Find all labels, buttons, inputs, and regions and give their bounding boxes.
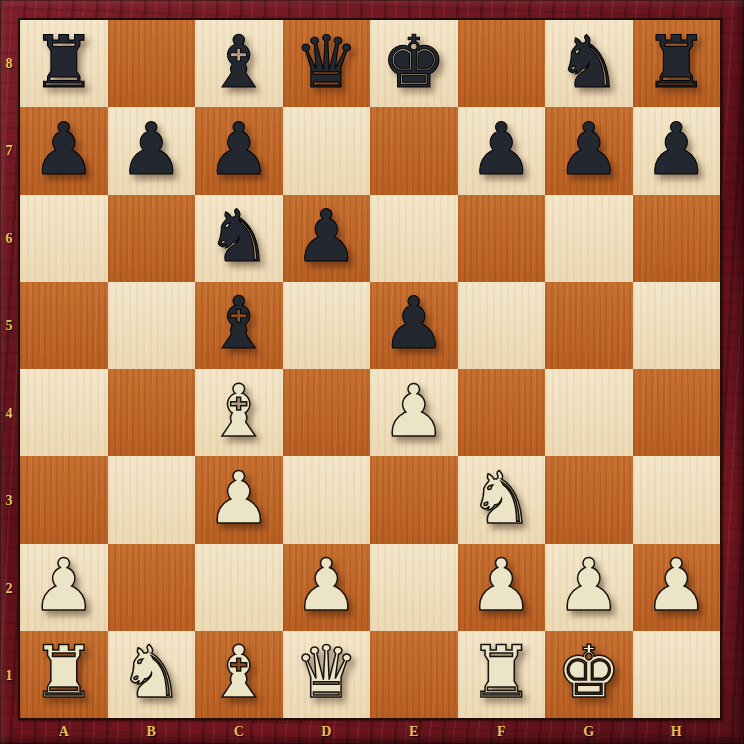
piece-black-pawn-h7[interactable]: ♟ bbox=[644, 113, 709, 185]
square-d2[interactable]: ♟ bbox=[283, 544, 371, 631]
square-b5[interactable] bbox=[108, 282, 196, 369]
square-b4[interactable] bbox=[108, 369, 196, 456]
piece-white-queen-d1[interactable]: ♛ bbox=[294, 636, 359, 708]
piece-white-bishop-c4[interactable]: ♝ bbox=[206, 375, 271, 447]
square-b2[interactable] bbox=[108, 544, 196, 631]
square-h4[interactable] bbox=[633, 369, 721, 456]
square-d8[interactable]: ♛ bbox=[283, 20, 371, 107]
piece-black-queen-d8[interactable]: ♛ bbox=[294, 26, 359, 98]
square-f5[interactable] bbox=[458, 282, 546, 369]
rank-labels: 87654321 bbox=[0, 20, 18, 720]
piece-black-rook-h8[interactable]: ♜ bbox=[644, 26, 709, 98]
square-c5[interactable]: ♝ bbox=[195, 282, 283, 369]
piece-white-king-g1[interactable]: ♚ bbox=[556, 636, 621, 708]
square-f8[interactable] bbox=[458, 20, 546, 107]
square-g6[interactable] bbox=[545, 195, 633, 282]
piece-white-rook-f1[interactable]: ♜ bbox=[469, 636, 534, 708]
square-a3[interactable] bbox=[20, 456, 108, 543]
rank-label-4: 4 bbox=[0, 370, 18, 458]
square-a8[interactable]: ♜ bbox=[20, 20, 108, 107]
square-b8[interactable] bbox=[108, 20, 196, 107]
square-b6[interactable] bbox=[108, 195, 196, 282]
square-f2[interactable]: ♟ bbox=[458, 544, 546, 631]
square-c1[interactable]: ♝ bbox=[195, 631, 283, 718]
board-border: ♜♝♛♚♞♜♟♟♟♟♟♟♞♟♝♟♝♟♟♞♟♟♟♟♟♜♞♝♛♜♚ bbox=[18, 18, 722, 720]
piece-black-pawn-d6[interactable]: ♟ bbox=[294, 200, 359, 272]
file-labels: ABCDEFGH bbox=[20, 720, 720, 744]
piece-black-knight-c6[interactable]: ♞ bbox=[206, 200, 271, 272]
square-g7[interactable]: ♟ bbox=[545, 107, 633, 194]
square-g3[interactable] bbox=[545, 456, 633, 543]
square-c3[interactable]: ♟ bbox=[195, 456, 283, 543]
square-h7[interactable]: ♟ bbox=[633, 107, 721, 194]
square-h8[interactable]: ♜ bbox=[633, 20, 721, 107]
file-label-g: G bbox=[545, 720, 633, 744]
piece-black-rook-a8[interactable]: ♜ bbox=[31, 26, 96, 98]
piece-black-bishop-c5[interactable]: ♝ bbox=[206, 287, 271, 359]
piece-black-pawn-e5[interactable]: ♟ bbox=[381, 287, 446, 359]
square-f4[interactable] bbox=[458, 369, 546, 456]
square-a7[interactable]: ♟ bbox=[20, 107, 108, 194]
square-a4[interactable] bbox=[20, 369, 108, 456]
piece-black-king-e8[interactable]: ♚ bbox=[381, 26, 446, 98]
square-d3[interactable] bbox=[283, 456, 371, 543]
square-a1[interactable]: ♜ bbox=[20, 631, 108, 718]
square-h2[interactable]: ♟ bbox=[633, 544, 721, 631]
square-d4[interactable] bbox=[283, 369, 371, 456]
square-g2[interactable]: ♟ bbox=[545, 544, 633, 631]
square-b1[interactable]: ♞ bbox=[108, 631, 196, 718]
square-h3[interactable] bbox=[633, 456, 721, 543]
chess-board: ♜♝♛♚♞♜♟♟♟♟♟♟♞♟♝♟♝♟♟♞♟♟♟♟♟♜♞♝♛♜♚ bbox=[20, 20, 720, 718]
piece-white-knight-b1[interactable]: ♞ bbox=[119, 636, 184, 708]
square-d1[interactable]: ♛ bbox=[283, 631, 371, 718]
piece-white-pawn-a2[interactable]: ♟ bbox=[31, 549, 96, 621]
piece-black-bishop-c8[interactable]: ♝ bbox=[206, 26, 271, 98]
square-c4[interactable]: ♝ bbox=[195, 369, 283, 456]
square-c8[interactable]: ♝ bbox=[195, 20, 283, 107]
file-label-e: E bbox=[370, 720, 458, 744]
rank-label-2: 2 bbox=[0, 545, 18, 633]
file-label-b: B bbox=[108, 720, 196, 744]
piece-white-pawn-c3[interactable]: ♟ bbox=[206, 462, 271, 534]
square-f6[interactable] bbox=[458, 195, 546, 282]
square-c6[interactable]: ♞ bbox=[195, 195, 283, 282]
board-frame: 87654321 ♜♝♛♚♞♜♟♟♟♟♟♟♞♟♝♟♝♟♟♞♟♟♟♟♟♜♞♝♛♜♚… bbox=[0, 0, 744, 744]
piece-white-pawn-g2[interactable]: ♟ bbox=[556, 549, 621, 621]
piece-white-pawn-d2[interactable]: ♟ bbox=[294, 549, 359, 621]
piece-white-knight-f3[interactable]: ♞ bbox=[469, 462, 534, 534]
piece-white-pawn-h2[interactable]: ♟ bbox=[644, 549, 709, 621]
square-f3[interactable]: ♞ bbox=[458, 456, 546, 543]
square-a2[interactable]: ♟ bbox=[20, 544, 108, 631]
square-a5[interactable] bbox=[20, 282, 108, 369]
square-g1[interactable]: ♚ bbox=[545, 631, 633, 718]
square-e6[interactable] bbox=[370, 195, 458, 282]
piece-white-pawn-e4[interactable]: ♟ bbox=[381, 375, 446, 447]
square-d7[interactable] bbox=[283, 107, 371, 194]
rank-label-6: 6 bbox=[0, 195, 18, 283]
piece-white-pawn-f2[interactable]: ♟ bbox=[469, 549, 534, 621]
square-b7[interactable]: ♟ bbox=[108, 107, 196, 194]
piece-white-bishop-c1[interactable]: ♝ bbox=[206, 636, 271, 708]
square-f7[interactable]: ♟ bbox=[458, 107, 546, 194]
square-f1[interactable]: ♜ bbox=[458, 631, 546, 718]
square-e1[interactable] bbox=[370, 631, 458, 718]
file-label-f: F bbox=[458, 720, 546, 744]
piece-black-pawn-g7[interactable]: ♟ bbox=[556, 113, 621, 185]
piece-white-rook-a1[interactable]: ♜ bbox=[31, 636, 96, 708]
square-g4[interactable] bbox=[545, 369, 633, 456]
square-e2[interactable] bbox=[370, 544, 458, 631]
square-g8[interactable]: ♞ bbox=[545, 20, 633, 107]
rank-label-5: 5 bbox=[0, 283, 18, 371]
rank-label-8: 8 bbox=[0, 20, 18, 108]
square-e5[interactable]: ♟ bbox=[370, 282, 458, 369]
square-e3[interactable] bbox=[370, 456, 458, 543]
square-h6[interactable] bbox=[633, 195, 721, 282]
square-d5[interactable] bbox=[283, 282, 371, 369]
file-label-h: H bbox=[633, 720, 721, 744]
piece-black-pawn-a7[interactable]: ♟ bbox=[31, 113, 96, 185]
piece-black-pawn-b7[interactable]: ♟ bbox=[119, 113, 184, 185]
square-c7[interactable]: ♟ bbox=[195, 107, 283, 194]
square-c2[interactable] bbox=[195, 544, 283, 631]
file-label-c: C bbox=[195, 720, 283, 744]
square-d6[interactable]: ♟ bbox=[283, 195, 371, 282]
file-label-a: A bbox=[20, 720, 108, 744]
square-a6[interactable] bbox=[20, 195, 108, 282]
piece-black-knight-g8[interactable]: ♞ bbox=[556, 26, 621, 98]
piece-black-pawn-c7[interactable]: ♟ bbox=[206, 113, 271, 185]
square-e7[interactable] bbox=[370, 107, 458, 194]
rank-label-1: 1 bbox=[0, 633, 18, 721]
rank-label-3: 3 bbox=[0, 458, 18, 546]
piece-black-pawn-f7[interactable]: ♟ bbox=[469, 113, 534, 185]
square-h5[interactable] bbox=[633, 282, 721, 369]
square-b3[interactable] bbox=[108, 456, 196, 543]
square-h1[interactable] bbox=[633, 631, 721, 718]
square-e4[interactable]: ♟ bbox=[370, 369, 458, 456]
file-label-d: D bbox=[283, 720, 371, 744]
square-e8[interactable]: ♚ bbox=[370, 20, 458, 107]
rank-label-7: 7 bbox=[0, 108, 18, 196]
square-g5[interactable] bbox=[545, 282, 633, 369]
